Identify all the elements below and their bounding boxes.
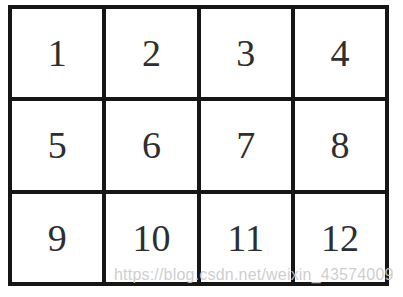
grid-cell-12: 12 bbox=[295, 194, 385, 282]
page: 123456789101112 https://blog.csdn.net/we… bbox=[0, 0, 403, 297]
grid-cell-5: 5 bbox=[12, 101, 102, 189]
grid-cell-8: 8 bbox=[295, 101, 385, 189]
grid-cell-3: 3 bbox=[201, 9, 291, 97]
grid: 123456789101112 bbox=[8, 5, 389, 286]
grid-cell-4: 4 bbox=[295, 9, 385, 97]
grid-cell-2: 2 bbox=[106, 9, 196, 97]
grid-cell-10: 10 bbox=[106, 194, 196, 282]
grid-cell-11: 11 bbox=[201, 194, 291, 282]
grid-cell-1: 1 bbox=[12, 9, 102, 97]
grid-cell-6: 6 bbox=[106, 101, 196, 189]
grid-cell-9: 9 bbox=[12, 194, 102, 282]
grid-cell-7: 7 bbox=[201, 101, 291, 189]
